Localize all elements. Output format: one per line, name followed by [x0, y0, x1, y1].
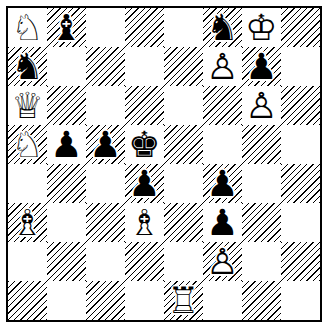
square-a3[interactable]: ♝♗: [8, 203, 47, 242]
white-pawn-glyph: ♙: [203, 242, 242, 281]
square-b2[interactable]: [47, 242, 86, 281]
square-c7[interactable]: [86, 47, 125, 86]
white-pawn: ♟♙: [242, 86, 281, 125]
black-pawn-glyph: ♟: [47, 125, 86, 164]
square-f4[interactable]: ♟♟: [203, 164, 242, 203]
black-pawn: ♟♟: [203, 164, 242, 203]
square-d3[interactable]: ♝♗: [125, 203, 164, 242]
white-queen: ♛♕: [8, 86, 47, 125]
square-g7[interactable]: ♟♟: [242, 47, 281, 86]
square-h6[interactable]: [281, 86, 320, 125]
square-g1[interactable]: [242, 281, 281, 320]
square-e6[interactable]: [164, 86, 203, 125]
black-knight: ♞♞: [8, 47, 47, 86]
square-e1[interactable]: ♜♖: [164, 281, 203, 320]
square-b5[interactable]: ♟♟: [47, 125, 86, 164]
white-king-glyph: ♔: [242, 8, 281, 47]
black-bishop: ♝♝: [47, 8, 86, 47]
square-a4[interactable]: [8, 164, 47, 203]
square-c5[interactable]: ♟♟: [86, 125, 125, 164]
white-pawn-glyph: ♙: [242, 86, 281, 125]
square-a8[interactable]: ♞♘: [8, 8, 47, 47]
square-f6[interactable]: [203, 86, 242, 125]
square-f2[interactable]: ♟♙: [203, 242, 242, 281]
black-pawn-glyph: ♟: [203, 203, 242, 242]
white-bishop-glyph: ♗: [8, 203, 47, 242]
white-king: ♚♔: [242, 8, 281, 47]
square-a7[interactable]: ♞♞: [8, 47, 47, 86]
white-pawn: ♟♙: [203, 242, 242, 281]
square-b3[interactable]: [47, 203, 86, 242]
square-d5[interactable]: ♚♚: [125, 125, 164, 164]
black-pawn-glyph: ♟: [125, 164, 164, 203]
square-c6[interactable]: [86, 86, 125, 125]
white-rook-glyph: ♖: [164, 281, 203, 320]
square-g5[interactable]: [242, 125, 281, 164]
black-pawn: ♟♟: [47, 125, 86, 164]
white-knight-glyph: ♘: [8, 125, 47, 164]
white-bishop: ♝♗: [8, 203, 47, 242]
square-f1[interactable]: [203, 281, 242, 320]
square-d6[interactable]: [125, 86, 164, 125]
square-g3[interactable]: [242, 203, 281, 242]
white-pawn: ♟♙: [203, 47, 242, 86]
black-pawn: ♟♟: [203, 203, 242, 242]
black-pawn: ♟♟: [125, 164, 164, 203]
square-c3[interactable]: [86, 203, 125, 242]
square-d8[interactable]: [125, 8, 164, 47]
square-d1[interactable]: [125, 281, 164, 320]
square-f8[interactable]: ♞♞: [203, 8, 242, 47]
square-c1[interactable]: [86, 281, 125, 320]
black-knight-glyph: ♞: [8, 47, 47, 86]
white-knight-glyph: ♘: [8, 8, 47, 47]
square-h1[interactable]: [281, 281, 320, 320]
white-bishop-glyph: ♗: [125, 203, 164, 242]
square-a2[interactable]: [8, 242, 47, 281]
square-c8[interactable]: [86, 8, 125, 47]
black-pawn-glyph: ♟: [242, 47, 281, 86]
square-g6[interactable]: ♟♙: [242, 86, 281, 125]
square-g8[interactable]: ♚♔: [242, 8, 281, 47]
black-knight: ♞♞: [203, 8, 242, 47]
square-a1[interactable]: [8, 281, 47, 320]
white-rook: ♜♖: [164, 281, 203, 320]
square-c4[interactable]: [86, 164, 125, 203]
white-knight: ♞♘: [8, 125, 47, 164]
square-b6[interactable]: [47, 86, 86, 125]
square-h2[interactable]: [281, 242, 320, 281]
square-e7[interactable]: [164, 47, 203, 86]
square-f7[interactable]: ♟♙: [203, 47, 242, 86]
square-b7[interactable]: [47, 47, 86, 86]
square-b4[interactable]: [47, 164, 86, 203]
square-h3[interactable]: [281, 203, 320, 242]
square-e2[interactable]: [164, 242, 203, 281]
white-pawn-glyph: ♙: [203, 47, 242, 86]
white-queen-glyph: ♕: [8, 86, 47, 125]
square-h4[interactable]: [281, 164, 320, 203]
square-h8[interactable]: [281, 8, 320, 47]
square-h7[interactable]: [281, 47, 320, 86]
square-e4[interactable]: [164, 164, 203, 203]
square-g4[interactable]: [242, 164, 281, 203]
white-bishop: ♝♗: [125, 203, 164, 242]
square-c2[interactable]: [86, 242, 125, 281]
square-f5[interactable]: [203, 125, 242, 164]
white-knight: ♞♘: [8, 8, 47, 47]
square-f3[interactable]: ♟♟: [203, 203, 242, 242]
square-b1[interactable]: [47, 281, 86, 320]
square-e8[interactable]: [164, 8, 203, 47]
square-d2[interactable]: [125, 242, 164, 281]
black-knight-glyph: ♞: [203, 8, 242, 47]
black-king: ♚♚: [125, 125, 164, 164]
black-pawn-glyph: ♟: [203, 164, 242, 203]
black-pawn: ♟♟: [86, 125, 125, 164]
black-pawn: ♟♟: [242, 47, 281, 86]
black-king-glyph: ♚: [125, 125, 164, 164]
square-e5[interactable]: [164, 125, 203, 164]
square-a5[interactable]: ♞♘: [8, 125, 47, 164]
square-a6[interactable]: ♛♕: [8, 86, 47, 125]
chess-board: ♞♘♝♝♞♞♚♔♞♞♟♙♟♟♛♕♟♙♞♘♟♟♟♟♚♚♟♟♟♟♝♗♝♗♟♟♟♙♜♖: [6, 6, 322, 322]
square-e3[interactable]: [164, 203, 203, 242]
square-g2[interactable]: [242, 242, 281, 281]
square-d4[interactable]: ♟♟: [125, 164, 164, 203]
black-pawn-glyph: ♟: [86, 125, 125, 164]
square-h5[interactable]: [281, 125, 320, 164]
square-d7[interactable]: [125, 47, 164, 86]
black-bishop-glyph: ♝: [47, 8, 86, 47]
chess-diagram-page: ♞♘♝♝♞♞♚♔♞♞♟♙♟♟♛♕♟♙♞♘♟♟♟♟♚♚♟♟♟♟♝♗♝♗♟♟♟♙♜♖: [0, 0, 332, 332]
square-b8[interactable]: ♝♝: [47, 8, 86, 47]
